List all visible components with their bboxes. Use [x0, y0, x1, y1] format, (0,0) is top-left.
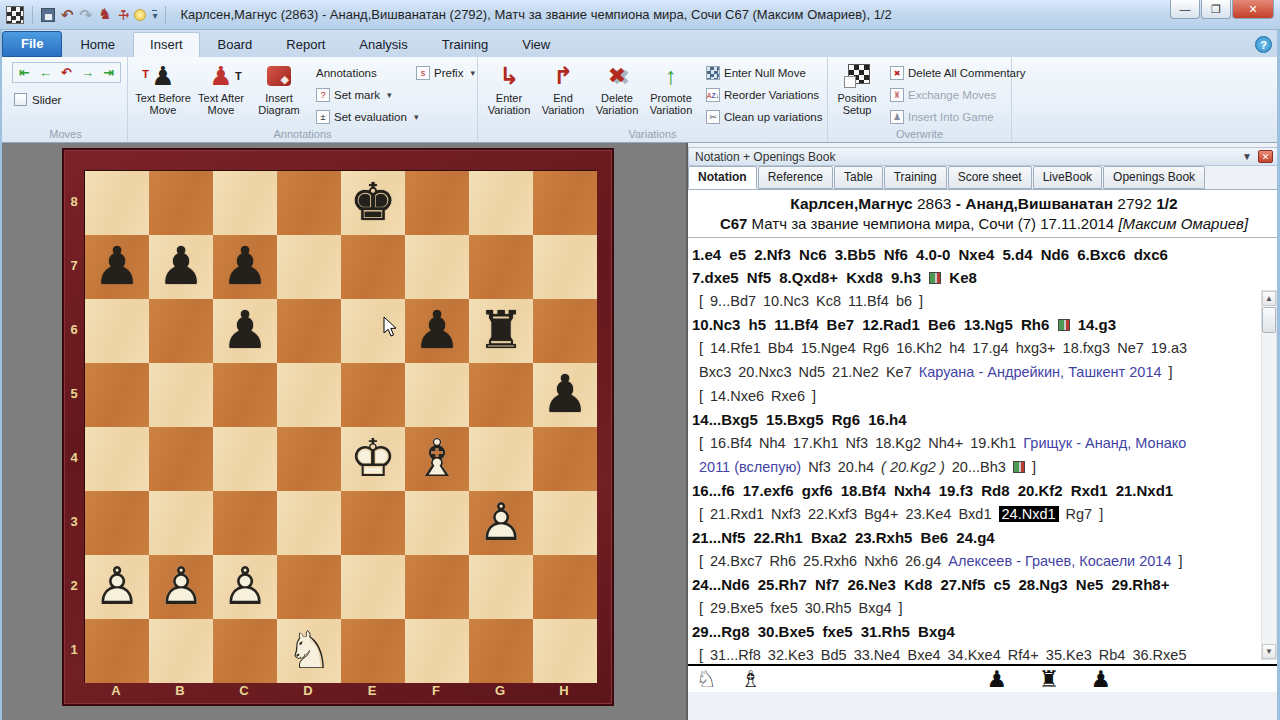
az-sort-icon: AZ↓ [706, 88, 720, 102]
red-pawn-T-icon: ♟T [209, 63, 232, 89]
square-g4[interactable] [469, 427, 533, 491]
ribbon-group-overwrite: PositionSetup ✖ Delete All Commentary ♜ … [828, 57, 1012, 141]
slider-label: Slider [32, 94, 61, 106]
chevron-down-icon[interactable]: ▾ [387, 90, 392, 100]
panel-tabs: NotationReferenceTableTrainingScore shee… [688, 166, 1206, 189]
square-h7[interactable] [533, 235, 597, 299]
square-c1[interactable] [213, 619, 277, 683]
media-annotation-icon[interactable] [1013, 461, 1025, 473]
square-a8[interactable] [85, 171, 149, 235]
set-evaluation-icon: ± [316, 110, 330, 124]
panel-tab-notation[interactable]: Notation [688, 166, 757, 189]
tools-wrench-icon[interactable]: ⚒ [115, 6, 131, 22]
square-e4[interactable]: ♚♔ [341, 427, 405, 491]
rank-label-1: 1 [64, 618, 84, 682]
square-g2[interactable] [469, 555, 533, 619]
save-icon[interactable] [41, 8, 55, 22]
square-e7[interactable] [341, 235, 405, 299]
ribbon-tab-insert[interactable]: Insert [133, 32, 200, 57]
promote-variation-button[interactable]: ↑ PromoteVariation [644, 60, 698, 124]
file-label-g: G [468, 680, 532, 704]
scrollbar[interactable]: ▲ ▼ [1261, 290, 1277, 660]
back-button[interactable]: ← [35, 64, 56, 81]
moves-text[interactable]: 14...Bxg5 15.Bxg5 Rg6 16.h4 [692, 411, 907, 428]
moves-text[interactable]: 14.g3 [1070, 316, 1117, 333]
square-h8[interactable] [533, 171, 597, 235]
enter-null-move-item[interactable]: Enter Null Move [706, 63, 806, 83]
ribbon-tab-analysis[interactable]: Analysis [343, 33, 423, 57]
app-logo-icon [6, 6, 24, 24]
group-label-moves: Moves [4, 128, 127, 140]
piece-black-P[interactable]: ♟ [405, 299, 469, 363]
insert-into-game-icon: ♟ [890, 110, 904, 124]
position-setup-icon [844, 64, 870, 88]
moves-text[interactable]: [ 24.Bxc7 Rh6 25.Rxh6 Nxh6 26.g4 [699, 553, 948, 569]
file-label-f: F [404, 680, 468, 704]
annotations-menu-item[interactable]: Annotations [316, 63, 377, 83]
notation-panel: Notation + Openings Book ▼ ✕ NotationRef… [688, 143, 1280, 720]
mainline-moves[interactable]: 1.e4 e5 2.Nf3 Nc6 3.Bb5 Nf6 4.0-0 Nxe4 5… [692, 243, 1260, 266]
enter-variation-button[interactable]: ↳ EnterVariation [482, 60, 536, 124]
title-bar: ↶ ↷ ♞ ⚒ ▾ Карлсен,Магнус (2863) - Ананд,… [0, 0, 1280, 30]
rank-label-7: 7 [64, 234, 84, 298]
square-h4[interactable] [533, 427, 597, 491]
square-a1[interactable] [85, 619, 149, 683]
null-move-icon [706, 66, 720, 80]
square-g8[interactable] [469, 171, 533, 235]
mainline-moves[interactable]: 24...Nd6 25.Rh7 Nf7 26.Ne3 Kd8 27.Nf5 c5… [692, 573, 1260, 596]
square-d4[interactable] [277, 427, 341, 491]
piece-outline: ♙ [85, 555, 149, 619]
square-g7[interactable] [469, 235, 533, 299]
panel-tab-reference[interactable]: Reference [758, 166, 833, 189]
square-f8[interactable] [405, 171, 469, 235]
piece-outline: ♘ [277, 619, 341, 683]
notation-body: Карлсен,Магнус 2863 - Ананд,Вишванатан 2… [688, 189, 1280, 692]
moves-text[interactable]: [ 16.Bf4 Nh4 17.Kh1 Nf3 18.Kg2 Nh4+ 19.K… [699, 435, 1023, 451]
square-e5[interactable] [341, 363, 405, 427]
square-b8[interactable] [149, 171, 213, 235]
square-f2[interactable] [405, 555, 469, 619]
panel-tab-table[interactable]: Table [834, 166, 883, 189]
panel-tab-openings-book[interactable]: Openings Book [1103, 166, 1205, 189]
rank-label-3: 3 [64, 490, 84, 554]
square-b2[interactable]: ♟♙ [149, 555, 213, 619]
file-label-e: E [340, 680, 404, 704]
set-mark-item[interactable]: ? Set mark▾ [316, 85, 392, 105]
moves-text[interactable]: [ 9...Bd7 10.Nc3 Kc8 11.Bf4 b6 ] [699, 293, 923, 309]
square-d3[interactable] [277, 491, 341, 555]
panel-tab-score-sheet[interactable]: Score sheet [948, 166, 1032, 189]
media-annotation-icon[interactable] [1058, 319, 1070, 331]
square-f6[interactable]: ♟ [405, 299, 469, 363]
chess-board-frame: 87654321 ♚♟♟♟♟♟♜♟♚♔♝♗♟♙♟♙♟♙♟♙♞♘ ABCDEFGH [62, 148, 614, 706]
square-b3[interactable] [149, 491, 213, 555]
scissors-icon: ✂ [706, 110, 720, 124]
square-d6[interactable] [277, 299, 341, 363]
moves-text[interactable]: Nf3 20.h4 [801, 459, 881, 475]
moves-text[interactable]: 20...Bh3 [945, 459, 1013, 475]
separator [165, 6, 166, 24]
mainline-moves[interactable]: 14...Bxg5 15.Bxg5 Rg6 16.h4 [692, 408, 1260, 431]
moves-text[interactable]: [ 21.Rxd1 Nxf3 22.Kxf3 Bg4+ 23.Ke4 Bxd1 [699, 506, 999, 522]
delete-all-commentary-item[interactable]: ✖ Delete All Commentary [890, 63, 1026, 83]
square-g5[interactable] [469, 363, 533, 427]
moves-text[interactable]: Rg7 ] [1059, 506, 1104, 522]
reference-game[interactable]: Алексеев - Грачев, Косаели 2014 [948, 553, 1171, 569]
exchange-moves-icon: ♜ [890, 88, 904, 102]
variation-line[interactable]: Bxc3 20.Nxc3 Nd5 21.Ne2 Ke7 Каруана - Ан… [692, 360, 1260, 384]
ribbon-tab-file[interactable]: File [2, 31, 62, 57]
forward-button[interactable]: → [77, 64, 98, 81]
help-icon[interactable]: ? [1255, 36, 1272, 53]
set-evaluation-item[interactable]: ± Set evaluation▾ [316, 107, 418, 127]
end-variation-button[interactable]: ↱ EndVariation [536, 60, 590, 124]
file-label-a: A [84, 680, 148, 704]
delete-commentary-icon: ✖ [890, 66, 904, 80]
ribbon-group-variations: ↳ EnterVariation ↱ EndVariation ✖ Delete… [478, 57, 828, 141]
set-mark-icon: ? [316, 88, 330, 102]
file-label-h: H [532, 680, 596, 704]
piece-black-P[interactable]: ♟ [149, 235, 213, 299]
square-b6[interactable] [149, 299, 213, 363]
scroll-up-icon[interactable]: ▲ [1262, 291, 1276, 306]
square-g1[interactable] [469, 619, 533, 683]
ribbon-tab-board[interactable]: Board [202, 33, 269, 57]
square-c4[interactable] [213, 427, 277, 491]
square-g3[interactable]: ♟♙ [469, 491, 533, 555]
moves-text[interactable]: 16...f6 17.exf6 gxf6 18.Bf4 Nxh4 19.f3 R… [692, 482, 1173, 499]
square-d1[interactable]: ♞♘ [277, 619, 341, 683]
text-after-move-button[interactable]: ♟T Text AfterMove [192, 60, 250, 124]
square-e8[interactable]: ♚ [341, 171, 405, 235]
variation-line[interactable]: [ 24.Bxc7 Rh6 25.Rxh6 Nxh6 26.g4 Алексее… [692, 549, 1260, 573]
ribbon-tab-home[interactable]: Home [64, 33, 131, 57]
window-border-left [0, 30, 2, 720]
reorder-variations-item[interactable]: AZ↓ Reorder Variations [706, 85, 819, 105]
panel-close-icon[interactable]: ✕ [1258, 150, 1273, 163]
players-line: Карлсен,Магнус 2863 - Ананд,Вишванатан 2… [688, 195, 1280, 213]
chevron-down-icon[interactable]: ▾ [470, 68, 475, 78]
variation-line[interactable]: 2011 (вслепую) Nf3 20.h4 ( 20.Kg2 ) 20..… [692, 455, 1260, 479]
square-h3[interactable] [533, 491, 597, 555]
moves-text[interactable]: [ 14.Rfe1 Bb4 15.Nge4 Rg6 16.Kh2 h4 17.g… [699, 340, 1187, 356]
goto-end-button[interactable]: ⇥ [98, 64, 119, 81]
ribbon-tab-training[interactable]: Training [426, 33, 504, 57]
square-d5[interactable] [277, 363, 341, 427]
rank-label-6: 6 [64, 298, 84, 362]
separator [32, 6, 33, 24]
customize-toolbar-icon[interactable]: ▾ [152, 10, 157, 20]
prefix-item[interactable]: s Prefix▾ [416, 63, 475, 83]
promote-variation-icon: ↑ [665, 63, 677, 89]
panel-title-bar[interactable]: Notation + Openings Book ▼ ✕ [688, 147, 1280, 166]
variation-line[interactable]: [ 14.Rfe1 Bb4 15.Nge4 Rg6 16.Kh2 h4 17.g… [692, 336, 1260, 360]
moves-text[interactable]: ( 20.Kg2 ) [881, 459, 945, 475]
moves-text[interactable]: 21...Nf5 22.Rh1 Bxa2 23.Rxh5 Be6 24.g4 [692, 529, 995, 546]
square-a6[interactable] [85, 299, 149, 363]
chess-board[interactable]: ♚♟♟♟♟♟♜♟♚♔♝♗♟♙♟♙♟♙♟♙♞♘ [84, 170, 596, 682]
application-window: ↶ ↷ ♞ ⚒ ▾ Карлсен,Магнус (2863) - Ананд,… [0, 0, 1280, 720]
square-b1[interactable] [149, 619, 213, 683]
square-h2[interactable] [533, 555, 597, 619]
window-title: Карлсен,Магнус (2863) - Ананд,Вишванатан… [180, 7, 891, 22]
square-d7[interactable] [277, 235, 341, 299]
ribbon-group-annotations: ♟T Text BeforeMove ♟T Text AfterMove Ins… [128, 57, 478, 141]
panel-title: Notation + Openings Book [695, 150, 835, 164]
scroll-thumb[interactable] [1262, 307, 1276, 333]
reference-game[interactable]: Каруана - Андрейкин, Ташкент 2014 [919, 364, 1162, 380]
panel-tab-training[interactable]: Training [884, 166, 947, 189]
square-c8[interactable] [213, 171, 277, 235]
moves-text[interactable]: Ke8 [941, 269, 977, 286]
ribbon-tab-row: FileHomeInsertBoardReportAnalysisTrainin… [0, 30, 1280, 57]
moves-text[interactable]: 24...Nd6 25.Rh7 Nf7 26.Ne3 Kd8 27.Nf5 c5… [692, 576, 1169, 593]
square-f5[interactable] [405, 363, 469, 427]
moves-text[interactable]: Bxc3 20.Nxc3 Nd5 21.Ne2 Ke7 [699, 364, 919, 380]
moves-text[interactable]: ] [1025, 459, 1036, 475]
file-label-b: B [148, 680, 212, 704]
moves-text[interactable]: 29...Rg8 30.Bxe5 fxe5 31.Rh5 Bxg4 [692, 623, 955, 640]
file-label-d: D [276, 680, 340, 704]
piece-black-P[interactable]: ♟ [533, 363, 597, 427]
rank-labels: 87654321 [64, 170, 84, 682]
group-label-annotations: Annotations [128, 128, 477, 140]
variation-line[interactable]: [ 21.Rxd1 Nxf3 22.Kxf3 Bg4+ 23.Ke4 Bxd1 … [692, 502, 1260, 526]
prefix-icon: s [416, 66, 430, 80]
square-f1[interactable] [405, 619, 469, 683]
square-d8[interactable] [277, 171, 341, 235]
moves-text[interactable]: [ 14.Nxe6 Rxe6 ] [699, 388, 816, 404]
rank-label-8: 8 [64, 170, 84, 234]
rank-label-2: 2 [64, 554, 84, 618]
reference-game[interactable]: 2011 (вслепую) [699, 459, 801, 475]
black-pawn-T-icon: ♟T [151, 63, 174, 89]
square-e2[interactable] [341, 555, 405, 619]
moves-text[interactable]: 1.e4 e5 2.Nf3 Nc6 3.Bb5 Nf6 4.0-0 Nxe4 5… [692, 246, 1168, 263]
variation-line[interactable]: [ 16.Bf4 Nh4 17.Kh1 Nf3 18.Kg2 Nh4+ 19.K… [692, 431, 1260, 455]
engine-knight-icon[interactable]: ♞ [98, 7, 111, 22]
enter-variation-icon: ↳ [499, 63, 519, 89]
insert-diagram-button[interactable]: InsertDiagram [250, 60, 308, 124]
panel-tab-livebook[interactable]: LiveBook [1033, 166, 1102, 189]
insert-into-game-item[interactable]: ♟ Insert Into Game [890, 107, 994, 127]
square-a2[interactable]: ♟♙ [85, 555, 149, 619]
maximize-button[interactable]: ❐ [1201, 0, 1231, 19]
ribbon-group-moves: ⇤ ← ↶ → ⇥ Slider Moves [4, 57, 128, 141]
panel-collapse-icon[interactable]: ▼ [1242, 151, 1252, 162]
move-list[interactable]: 1.e4 e5 2.Nf3 Nc6 3.Bb5 Nf6 4.0-0 Nxe4 5… [688, 238, 1280, 691]
current-move[interactable]: 24.Nxd1 [999, 506, 1059, 522]
square-e3[interactable] [341, 491, 405, 555]
end-variation-icon: ↱ [553, 63, 573, 89]
square-c3[interactable] [213, 491, 277, 555]
group-label-overwrite: Overwrite [828, 128, 1011, 140]
piece-outline: ♔ [341, 427, 405, 491]
event-line: С67 Матч за звание чемпиона мира, Сочи (… [688, 215, 1280, 232]
moves-text[interactable]: ] [1172, 553, 1183, 569]
square-a3[interactable] [85, 491, 149, 555]
white-material: ♘ ♗ [696, 666, 769, 692]
file-labels: ABCDEFGH [84, 680, 596, 704]
mainline-moves[interactable]: 29...Rg8 30.Bxe5 fxe5 31.Rh5 Bxg4 [692, 620, 1260, 643]
square-c5[interactable] [213, 363, 277, 427]
square-h5[interactable]: ♟ [533, 363, 597, 427]
piece-black-K[interactable]: ♚ [341, 171, 405, 235]
ribbon-tab-report[interactable]: Report [270, 33, 341, 57]
square-h1[interactable] [533, 619, 597, 683]
reference-game[interactable]: Грищук - Ананд, Монако [1023, 435, 1186, 451]
square-g6[interactable]: ♜ [469, 299, 533, 363]
scroll-down-icon[interactable]: ▼ [1262, 644, 1276, 659]
rank-label-5: 5 [64, 362, 84, 426]
square-f7[interactable] [405, 235, 469, 299]
chevron-down-icon[interactable]: ▾ [414, 112, 419, 122]
square-b5[interactable] [149, 363, 213, 427]
minimize-button[interactable]: — [1170, 0, 1200, 19]
mainline-moves[interactable]: 7.dxe5 Nf5 8.Qxd8+ Kxd8 9.h3 Ke8 [692, 266, 1260, 289]
lamp-icon[interactable] [134, 9, 146, 21]
takeback-button[interactable]: ↶ [56, 64, 77, 81]
square-a4[interactable] [85, 427, 149, 491]
square-h6[interactable] [533, 299, 597, 363]
main-area: 87654321 ♚♟♟♟♟♟♜♟♚♔♝♗♟♙♟♙♟♙♟♙♞♘ ABCDEFGH… [0, 143, 1280, 720]
piece-outline: ♗ [405, 427, 469, 491]
square-e1[interactable] [341, 619, 405, 683]
variation-line[interactable]: [ 9...Bd7 10.Nc3 Kc8 11.Bf4 b6 ] [692, 289, 1260, 313]
group-label-variations: Variations [478, 128, 827, 140]
rank-label-4: 4 [64, 426, 84, 490]
goto-start-button[interactable]: ⇤ [14, 64, 35, 81]
moves-text[interactable]: 10.Nc3 h5 11.Bf4 Be7 12.Rad1 Be6 13.Ng5 … [692, 316, 1058, 333]
square-f4[interactable]: ♝♗ [405, 427, 469, 491]
piece-outline: ♙ [213, 555, 277, 619]
variation-line[interactable]: [ 14.Nxe6 Rxe6 ] [692, 384, 1260, 408]
delete-variation-icon: ✖ [608, 63, 626, 89]
undo-icon[interactable]: ↶ [61, 7, 74, 22]
piece-black-R[interactable]: ♜ [469, 299, 533, 363]
moves-text[interactable]: [ 29.Bxe5 fxe5 30.Rh5 Bxg4 ] [699, 600, 903, 616]
slider-checkbox[interactable] [14, 93, 27, 106]
quick-access-toolbar: ↶ ↷ ♞ ⚒ ▾ [0, 0, 174, 29]
game-header: Карлсен,Магнус 2863 - Ананд,Вишванатан 2… [688, 190, 1280, 238]
mainline-moves[interactable]: 16...f6 17.exf6 gxf6 18.Bf4 Nxh4 19.f3 R… [692, 479, 1260, 502]
piece-outline: ♙ [469, 491, 533, 555]
black-material: ♟ ♜ ♟ [987, 666, 1123, 692]
material-balance-strip: ♘ ♗ ♟ ♜ ♟ [688, 664, 1280, 692]
moves-text[interactable]: ] [1162, 364, 1173, 380]
variation-line[interactable]: [ 29.Bxe5 fxe5 30.Rh5 Bxg4 ] [692, 596, 1260, 620]
square-a7[interactable]: ♟ [85, 235, 149, 299]
exchange-moves-item[interactable]: ♜ Exchange Moves [890, 85, 996, 105]
mainline-moves[interactable]: 21...Nf5 22.Rh1 Bxa2 23.Rxh5 Be6 24.g4 [692, 526, 1260, 549]
square-c7[interactable]: ♟ [213, 235, 277, 299]
square-b7[interactable]: ♟ [149, 235, 213, 299]
position-setup-button[interactable]: PositionSetup [830, 60, 884, 124]
mainline-moves[interactable]: 10.Nc3 h5 11.Bf4 Be7 12.Rad1 Be6 13.Ng5 … [692, 313, 1260, 336]
square-b4[interactable] [149, 427, 213, 491]
delete-variation-button[interactable]: ✖ DeleteVariation [590, 60, 644, 124]
moves-text[interactable]: 7.dxe5 Nf5 8.Qxd8+ Kxd8 9.h3 [692, 269, 929, 286]
media-annotation-icon[interactable] [929, 272, 941, 284]
piece-black-P[interactable]: ♟ [85, 235, 149, 299]
clean-up-variations-item[interactable]: ✂ Clean up variations [706, 107, 822, 127]
move-navigation: ⇤ ← ↶ → ⇥ [12, 62, 121, 83]
piece-black-P[interactable]: ♟ [213, 299, 277, 363]
diagram-icon [267, 66, 291, 86]
close-button[interactable]: ✕ [1232, 0, 1274, 19]
piece-outline: ♙ [149, 555, 213, 619]
square-c2[interactable]: ♟♙ [213, 555, 277, 619]
ribbon-tab-view[interactable]: View [506, 33, 566, 57]
file-label-c: C [212, 680, 276, 704]
square-f3[interactable] [405, 491, 469, 555]
mouse-cursor [380, 316, 402, 338]
window-controls: — ❐ ✕ [1169, 0, 1274, 19]
ribbon: ⇤ ← ↶ → ⇥ Slider Moves ♟T Text BeforeMov… [0, 57, 1280, 143]
text-before-move-button[interactable]: ♟T Text BeforeMove [134, 60, 192, 124]
square-a5[interactable] [85, 363, 149, 427]
redo-icon[interactable]: ↷ [80, 7, 93, 22]
piece-black-P[interactable]: ♟ [213, 235, 277, 299]
square-d2[interactable] [277, 555, 341, 619]
moves-text[interactable]: [ 31...Rf8 32.Ke3 Bd5 33.Ne4 Bxe4 34.Kxe… [699, 647, 1186, 663]
square-c6[interactable]: ♟ [213, 299, 277, 363]
